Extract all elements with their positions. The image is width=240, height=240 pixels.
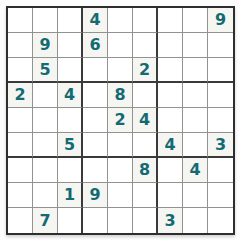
sudoku-cell[interactable] xyxy=(208,183,233,208)
sudoku-cell[interactable] xyxy=(183,183,208,208)
sudoku-cell[interactable] xyxy=(108,58,133,83)
sudoku-cell[interactable] xyxy=(208,33,233,58)
sudoku-cell[interactable] xyxy=(8,158,33,183)
sudoku-cell[interactable] xyxy=(133,33,158,58)
sudoku-cell[interactable]: 4 xyxy=(158,133,183,158)
sudoku-cell[interactable]: 3 xyxy=(208,133,233,158)
sudoku-cell[interactable] xyxy=(58,33,83,58)
sudoku-cell[interactable] xyxy=(8,183,33,208)
sudoku-cell[interactable] xyxy=(183,58,208,83)
sudoku-cell[interactable] xyxy=(33,8,58,33)
sudoku-cell[interactable]: 3 xyxy=(158,208,183,233)
sudoku-cell[interactable] xyxy=(108,183,133,208)
sudoku-cell[interactable] xyxy=(158,183,183,208)
sudoku-cell[interactable] xyxy=(183,208,208,233)
sudoku-cell[interactable] xyxy=(133,133,158,158)
sudoku-cell[interactable] xyxy=(83,208,108,233)
sudoku-cell[interactable] xyxy=(58,8,83,33)
sudoku-cell[interactable]: 9 xyxy=(83,183,108,208)
sudoku-cell[interactable] xyxy=(83,133,108,158)
sudoku-cell[interactable] xyxy=(158,108,183,133)
sudoku-cell[interactable] xyxy=(108,208,133,233)
sudoku-cell[interactable]: 2 xyxy=(8,83,33,108)
sudoku-cell[interactable] xyxy=(83,58,108,83)
sudoku-cell[interactable] xyxy=(208,208,233,233)
sudoku-cell[interactable] xyxy=(133,183,158,208)
sudoku-cell[interactable] xyxy=(208,158,233,183)
sudoku-cell[interactable]: 7 xyxy=(33,208,58,233)
sudoku-cell[interactable] xyxy=(133,83,158,108)
sudoku-cell[interactable]: 8 xyxy=(133,158,158,183)
sudoku-cell[interactable] xyxy=(33,108,58,133)
sudoku-cell[interactable] xyxy=(183,133,208,158)
sudoku-cell[interactable] xyxy=(8,8,33,33)
sudoku-cell[interactable]: 4 xyxy=(183,158,208,183)
sudoku-cell[interactable] xyxy=(58,58,83,83)
sudoku-cell[interactable]: 4 xyxy=(133,108,158,133)
sudoku-cell[interactable]: 9 xyxy=(208,8,233,33)
sudoku-cell[interactable]: 5 xyxy=(58,133,83,158)
sudoku-cell[interactable] xyxy=(183,108,208,133)
sudoku-cell[interactable] xyxy=(33,133,58,158)
sudoku-cell[interactable] xyxy=(158,58,183,83)
sudoku-cell[interactable] xyxy=(208,58,233,83)
sudoku-cell[interactable]: 4 xyxy=(58,83,83,108)
sudoku-cell[interactable] xyxy=(133,208,158,233)
sudoku-cell[interactable] xyxy=(83,83,108,108)
sudoku-cell[interactable]: 5 xyxy=(33,58,58,83)
sudoku-cell[interactable] xyxy=(33,183,58,208)
sudoku-cell[interactable] xyxy=(8,33,33,58)
sudoku-cell[interactable]: 2 xyxy=(108,108,133,133)
sudoku-cell[interactable] xyxy=(58,108,83,133)
sudoku-cell[interactable] xyxy=(108,33,133,58)
sudoku-cell[interactable] xyxy=(108,158,133,183)
sudoku-cell[interactable] xyxy=(158,33,183,58)
sudoku-cell[interactable] xyxy=(83,158,108,183)
sudoku-cell[interactable]: 2 xyxy=(133,58,158,83)
sudoku-cell[interactable]: 9 xyxy=(33,33,58,58)
sudoku-cell[interactable] xyxy=(183,8,208,33)
sudoku-board: 49965224824543841973 xyxy=(6,6,235,235)
sudoku-cell[interactable] xyxy=(208,83,233,108)
sudoku-cell[interactable] xyxy=(83,108,108,133)
sudoku-cell[interactable] xyxy=(8,108,33,133)
sudoku-cell[interactable] xyxy=(108,133,133,158)
sudoku-cell[interactable] xyxy=(158,158,183,183)
sudoku-cell[interactable] xyxy=(158,83,183,108)
sudoku-cell[interactable] xyxy=(158,8,183,33)
sudoku-cell[interactable] xyxy=(58,158,83,183)
sudoku-cell[interactable] xyxy=(133,8,158,33)
sudoku-cell[interactable] xyxy=(8,58,33,83)
sudoku-cell[interactable]: 4 xyxy=(83,8,108,33)
sudoku-cell[interactable] xyxy=(8,208,33,233)
sudoku-cell[interactable]: 8 xyxy=(108,83,133,108)
sudoku-cell[interactable] xyxy=(33,83,58,108)
sudoku-cell[interactable] xyxy=(8,133,33,158)
sudoku-cell[interactable]: 1 xyxy=(58,183,83,208)
sudoku-cell[interactable] xyxy=(33,158,58,183)
sudoku-cell[interactable] xyxy=(58,208,83,233)
sudoku-cell[interactable] xyxy=(108,8,133,33)
sudoku-cell[interactable] xyxy=(208,108,233,133)
sudoku-cell[interactable]: 6 xyxy=(83,33,108,58)
sudoku-cell[interactable] xyxy=(183,33,208,58)
sudoku-cell[interactable] xyxy=(183,83,208,108)
